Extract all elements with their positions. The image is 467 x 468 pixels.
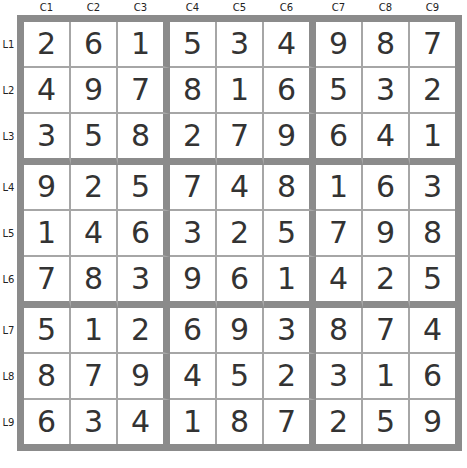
cell-l2c8[interactable]: 3 xyxy=(363,68,410,114)
cell-l9c8[interactable]: 5 xyxy=(363,400,410,444)
cell-l1c9[interactable]: 7 xyxy=(410,22,455,68)
cell-l2c9[interactable]: 2 xyxy=(410,68,455,114)
cell-l8c1[interactable]: 8 xyxy=(24,354,71,400)
column-label-c5: C5 xyxy=(217,0,262,15)
row-label-l6: L6 xyxy=(0,257,17,301)
cell-l4c8[interactable]: 6 xyxy=(363,165,410,211)
cell-l8c7[interactable]: 3 xyxy=(316,354,363,400)
cell-l3c2[interactable]: 5 xyxy=(71,114,118,165)
cell-l6c5[interactable]: 6 xyxy=(217,257,264,308)
cell-l1c7[interactable]: 9 xyxy=(316,22,363,68)
cell-l5c6[interactable]: 5 xyxy=(264,211,316,257)
cell-l6c9[interactable]: 5 xyxy=(410,257,455,308)
cell-l3c8[interactable]: 4 xyxy=(363,114,410,165)
cell-l2c1[interactable]: 4 xyxy=(24,68,71,114)
cell-l7c3[interactable]: 2 xyxy=(118,308,170,354)
cell-l4c2[interactable]: 2 xyxy=(71,165,118,211)
cell-l9c7[interactable]: 2 xyxy=(316,400,363,444)
cell-l5c7[interactable]: 7 xyxy=(316,211,363,257)
cell-l5c9[interactable]: 8 xyxy=(410,211,455,257)
cell-l2c7[interactable]: 5 xyxy=(316,68,363,114)
cell-l2c5[interactable]: 1 xyxy=(217,68,264,114)
cell-l6c7[interactable]: 4 xyxy=(316,257,363,308)
cell-l9c1[interactable]: 6 xyxy=(24,400,71,444)
column-label-c9: C9 xyxy=(410,0,455,15)
cell-l9c4[interactable]: 1 xyxy=(170,400,217,444)
cell-l1c6[interactable]: 4 xyxy=(264,22,316,68)
cell-l4c3[interactable]: 5 xyxy=(118,165,170,211)
cell-l9c9[interactable]: 9 xyxy=(410,400,455,444)
column-label-c6: C6 xyxy=(264,0,309,15)
cell-l1c3[interactable]: 1 xyxy=(118,22,170,68)
column-label-c4: C4 xyxy=(170,0,215,15)
cell-l5c2[interactable]: 4 xyxy=(71,211,118,257)
cell-l3c1[interactable]: 3 xyxy=(24,114,71,165)
cell-l7c1[interactable]: 5 xyxy=(24,308,71,354)
corner-spacer xyxy=(0,0,17,15)
cell-l1c1[interactable]: 2 xyxy=(24,22,71,68)
cell-l4c5[interactable]: 4 xyxy=(217,165,264,211)
row-labels: L1L2L3L4L5L6L7L8L9 xyxy=(0,15,17,468)
cell-l9c5[interactable]: 8 xyxy=(217,400,264,444)
cell-l5c1[interactable]: 1 xyxy=(24,211,71,257)
cell-l4c1[interactable]: 9 xyxy=(24,165,71,211)
cell-l5c5[interactable]: 2 xyxy=(217,211,264,257)
cell-l8c3[interactable]: 9 xyxy=(118,354,170,400)
sudoku-board: 2615349874978165323582796419257481631463… xyxy=(17,15,462,451)
row-label-l4: L4 xyxy=(0,165,17,209)
cell-l9c2[interactable]: 3 xyxy=(71,400,118,444)
cell-l2c2[interactable]: 9 xyxy=(71,68,118,114)
row-label-l1: L1 xyxy=(0,22,17,66)
cell-l7c2[interactable]: 1 xyxy=(71,308,118,354)
cell-l3c4[interactable]: 2 xyxy=(170,114,217,165)
cell-l6c3[interactable]: 3 xyxy=(118,257,170,308)
cell-l1c4[interactable]: 5 xyxy=(170,22,217,68)
sudoku-app: C1C2C3C4C5C6C7C8C9 L1L2L3L4L5L6L7L8L9 26… xyxy=(0,0,467,468)
cell-l1c2[interactable]: 6 xyxy=(71,22,118,68)
cell-l6c4[interactable]: 9 xyxy=(170,257,217,308)
column-label-c1: C1 xyxy=(24,0,69,15)
cell-l3c9[interactable]: 1 xyxy=(410,114,455,165)
cell-l8c8[interactable]: 1 xyxy=(363,354,410,400)
cell-l6c8[interactable]: 2 xyxy=(363,257,410,308)
cell-l4c7[interactable]: 1 xyxy=(316,165,363,211)
cell-l7c7[interactable]: 8 xyxy=(316,308,363,354)
cell-l9c3[interactable]: 4 xyxy=(118,400,170,444)
column-label-c8: C8 xyxy=(363,0,408,15)
row-label-l5: L5 xyxy=(0,211,17,255)
cell-l8c6[interactable]: 2 xyxy=(264,354,316,400)
row-label-l2: L2 xyxy=(0,68,17,112)
row-label-l9: L9 xyxy=(0,400,17,444)
cell-l2c6[interactable]: 6 xyxy=(264,68,316,114)
cell-l5c3[interactable]: 6 xyxy=(118,211,170,257)
column-labels: C1C2C3C4C5C6C7C8C9 xyxy=(17,0,467,15)
row-label-l3: L3 xyxy=(0,114,17,158)
cell-l5c4[interactable]: 3 xyxy=(170,211,217,257)
cell-l4c9[interactable]: 3 xyxy=(410,165,455,211)
cell-l3c7[interactable]: 6 xyxy=(316,114,363,165)
cell-l8c9[interactable]: 6 xyxy=(410,354,455,400)
cell-l4c6[interactable]: 8 xyxy=(264,165,316,211)
cell-l8c5[interactable]: 5 xyxy=(217,354,264,400)
cell-l7c5[interactable]: 9 xyxy=(217,308,264,354)
cell-l3c5[interactable]: 7 xyxy=(217,114,264,165)
cell-l1c8[interactable]: 8 xyxy=(363,22,410,68)
row-label-l7: L7 xyxy=(0,308,17,352)
cell-l8c2[interactable]: 7 xyxy=(71,354,118,400)
cell-l3c6[interactable]: 9 xyxy=(264,114,316,165)
cell-l7c6[interactable]: 3 xyxy=(264,308,316,354)
column-label-c2: C2 xyxy=(71,0,116,15)
cell-l4c4[interactable]: 7 xyxy=(170,165,217,211)
cell-l3c3[interactable]: 8 xyxy=(118,114,170,165)
cell-l2c4[interactable]: 8 xyxy=(170,68,217,114)
row-label-l8: L8 xyxy=(0,354,17,398)
cell-l7c9[interactable]: 4 xyxy=(410,308,455,354)
column-label-c7: C7 xyxy=(316,0,361,15)
cell-l9c6[interactable]: 7 xyxy=(264,400,316,444)
cell-l6c2[interactable]: 8 xyxy=(71,257,118,308)
cell-l1c5[interactable]: 3 xyxy=(217,22,264,68)
cell-l7c4[interactable]: 6 xyxy=(170,308,217,354)
cell-l6c1[interactable]: 7 xyxy=(24,257,71,308)
column-label-c3: C3 xyxy=(118,0,163,15)
cell-l8c4[interactable]: 4 xyxy=(170,354,217,400)
cell-l6c6[interactable]: 1 xyxy=(264,257,316,308)
cell-l5c8[interactable]: 9 xyxy=(363,211,410,257)
cell-l7c8[interactable]: 7 xyxy=(363,308,410,354)
cell-l2c3[interactable]: 7 xyxy=(118,68,170,114)
